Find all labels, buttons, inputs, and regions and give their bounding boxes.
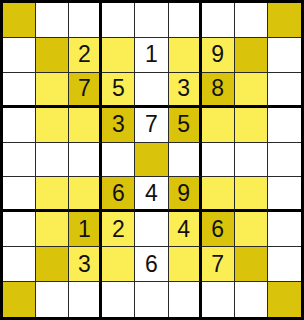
- cell-r6c5[interactable]: 4: [135, 177, 168, 212]
- cell-r4c3[interactable]: [69, 108, 102, 143]
- cell-r9c2[interactable]: [36, 282, 69, 317]
- cell-r8c8[interactable]: [235, 247, 268, 282]
- cell-r2c4[interactable]: [102, 38, 135, 73]
- cell-r4c4[interactable]: 3: [102, 108, 135, 143]
- cell-r1c3[interactable]: [69, 3, 102, 38]
- cell-r2c9[interactable]: [268, 38, 301, 73]
- cell-r7c9[interactable]: [268, 212, 301, 247]
- sudoku-board: 21975383756491246367: [0, 0, 304, 320]
- cell-r7c5[interactable]: [135, 212, 168, 247]
- cell-r3c6[interactable]: 3: [169, 73, 202, 108]
- cell-r8c5[interactable]: 6: [135, 247, 168, 282]
- cell-r5c6[interactable]: [169, 143, 202, 178]
- cell-r6c3[interactable]: [69, 177, 102, 212]
- cell-r5c5[interactable]: [135, 143, 168, 178]
- cell-r3c3[interactable]: 7: [69, 73, 102, 108]
- cell-r4c8[interactable]: [235, 108, 268, 143]
- cell-r7c2[interactable]: [36, 212, 69, 247]
- cell-r2c1[interactable]: [3, 38, 36, 73]
- cell-r6c9[interactable]: [268, 177, 301, 212]
- cell-r4c2[interactable]: [36, 108, 69, 143]
- cell-r6c7[interactable]: [202, 177, 235, 212]
- cell-r7c3[interactable]: 1: [69, 212, 102, 247]
- cell-r2c5[interactable]: 1: [135, 38, 168, 73]
- cell-r1c2[interactable]: [36, 3, 69, 38]
- cell-r9c1[interactable]: [3, 282, 36, 317]
- cell-r5c3[interactable]: [69, 143, 102, 178]
- cell-r7c6[interactable]: 4: [169, 212, 202, 247]
- cell-r6c6[interactable]: 9: [169, 177, 202, 212]
- cell-r2c2[interactable]: [36, 38, 69, 73]
- cell-r7c7[interactable]: 6: [202, 212, 235, 247]
- cell-r6c4[interactable]: 6: [102, 177, 135, 212]
- cell-r5c8[interactable]: [235, 143, 268, 178]
- cell-r3c5[interactable]: [135, 73, 168, 108]
- cell-r2c7[interactable]: 9: [202, 38, 235, 73]
- cell-r4c7[interactable]: [202, 108, 235, 143]
- cell-r5c7[interactable]: [202, 143, 235, 178]
- cell-r1c9[interactable]: [268, 3, 301, 38]
- cell-r8c4[interactable]: [102, 247, 135, 282]
- cell-r6c8[interactable]: [235, 177, 268, 212]
- cell-r9c8[interactable]: [235, 282, 268, 317]
- cell-r9c6[interactable]: [169, 282, 202, 317]
- cell-r6c1[interactable]: [3, 177, 36, 212]
- cell-r9c3[interactable]: [69, 282, 102, 317]
- cell-r2c8[interactable]: [235, 38, 268, 73]
- cell-r7c4[interactable]: 2: [102, 212, 135, 247]
- cell-r9c7[interactable]: [202, 282, 235, 317]
- cell-r1c6[interactable]: [169, 3, 202, 38]
- cell-r8c6[interactable]: [169, 247, 202, 282]
- cell-r3c7[interactable]: 8: [202, 73, 235, 108]
- cell-r5c9[interactable]: [268, 143, 301, 178]
- cell-r2c3[interactable]: 2: [69, 38, 102, 73]
- cell-r2c6[interactable]: [169, 38, 202, 73]
- cell-r1c4[interactable]: [102, 3, 135, 38]
- cell-r1c1[interactable]: [3, 3, 36, 38]
- cell-r3c1[interactable]: [3, 73, 36, 108]
- cell-r5c1[interactable]: [3, 143, 36, 178]
- cell-r3c4[interactable]: 5: [102, 73, 135, 108]
- cell-r7c1[interactable]: [3, 212, 36, 247]
- cell-r8c2[interactable]: [36, 247, 69, 282]
- cell-r4c5[interactable]: 7: [135, 108, 168, 143]
- cell-r8c7[interactable]: 7: [202, 247, 235, 282]
- cell-r9c9[interactable]: [268, 282, 301, 317]
- cell-r3c8[interactable]: [235, 73, 268, 108]
- cell-r4c6[interactable]: 5: [169, 108, 202, 143]
- cell-r1c8[interactable]: [235, 3, 268, 38]
- cell-r1c5[interactable]: [135, 3, 168, 38]
- cell-r8c1[interactable]: [3, 247, 36, 282]
- cell-r5c2[interactable]: [36, 143, 69, 178]
- cell-r3c9[interactable]: [268, 73, 301, 108]
- cell-r4c9[interactable]: [268, 108, 301, 143]
- cell-r8c3[interactable]: 3: [69, 247, 102, 282]
- cell-r1c7[interactable]: [202, 3, 235, 38]
- cell-r9c4[interactable]: [102, 282, 135, 317]
- cell-r5c4[interactable]: [102, 143, 135, 178]
- cell-r3c2[interactable]: [36, 73, 69, 108]
- cell-r7c8[interactable]: [235, 212, 268, 247]
- cell-r9c5[interactable]: [135, 282, 168, 317]
- cell-r6c2[interactable]: [36, 177, 69, 212]
- cell-r8c9[interactable]: [268, 247, 301, 282]
- cell-r4c1[interactable]: [3, 108, 36, 143]
